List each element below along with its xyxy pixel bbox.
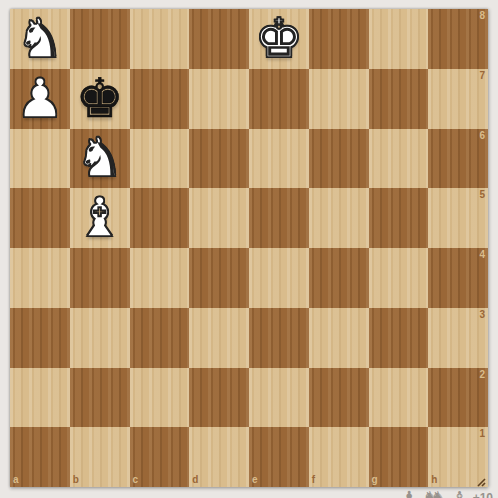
square-a7[interactable]: ♟ (10, 69, 70, 129)
rank-label-2: 2 (479, 370, 485, 380)
square-e6[interactable] (249, 129, 309, 189)
piece-white-knight[interactable]: ♞ (10, 9, 70, 69)
file-label-g: g (372, 475, 378, 485)
square-e1[interactable]: e (249, 427, 309, 487)
square-f4[interactable] (309, 248, 369, 308)
square-f1[interactable]: f (309, 427, 369, 487)
rank-label-5: 5 (479, 190, 485, 200)
square-a3[interactable] (10, 308, 70, 368)
square-g3[interactable] (369, 308, 429, 368)
square-h8[interactable]: 8 (428, 9, 488, 69)
square-g7[interactable] (369, 69, 429, 129)
square-c5[interactable] (130, 188, 190, 248)
piece-white-knight[interactable]: ♞ (70, 129, 130, 189)
square-a8[interactable]: ♞ (10, 9, 70, 69)
material-advantage-tray: ♟♞♞♝ +10 (401, 489, 493, 498)
square-b3[interactable] (70, 308, 130, 368)
square-c7[interactable] (130, 69, 190, 129)
file-label-h: h (431, 475, 437, 485)
rank-label-4: 4 (479, 250, 485, 260)
square-e4[interactable] (249, 248, 309, 308)
square-b5[interactable]: ♝ (70, 188, 130, 248)
square-a1[interactable]: a (10, 427, 70, 487)
square-b8[interactable] (70, 9, 130, 69)
square-f2[interactable] (309, 368, 369, 428)
square-b6[interactable]: ♞ (70, 129, 130, 189)
rank-label-6: 6 (479, 131, 485, 141)
square-b7[interactable]: ♚ (70, 69, 130, 129)
square-d5[interactable] (189, 188, 249, 248)
square-h2[interactable]: 2 (428, 368, 488, 428)
material-tray-pieces: ♟♞♞♝ (401, 489, 468, 498)
square-h1[interactable]: h1 (428, 427, 488, 487)
square-e3[interactable] (249, 308, 309, 368)
square-e2[interactable] (249, 368, 309, 428)
square-a6[interactable] (10, 129, 70, 189)
piece-white-king[interactable]: ♚ (249, 9, 309, 69)
tray-piece-pawn: ♟ (401, 489, 417, 498)
square-e7[interactable] (249, 69, 309, 129)
square-d2[interactable] (189, 368, 249, 428)
rank-label-8: 8 (479, 11, 485, 21)
square-c1[interactable]: c (130, 427, 190, 487)
page: ♞♚8♟♚7♞6♝5432abcdefgh1 ♟♞♞♝ +10 (0, 0, 498, 498)
square-f8[interactable] (309, 9, 369, 69)
file-label-b: b (73, 475, 79, 485)
piece-white-pawn[interactable]: ♟ (10, 69, 70, 129)
square-g5[interactable] (369, 188, 429, 248)
square-h6[interactable]: 6 (428, 129, 488, 189)
square-d1[interactable]: d (189, 427, 249, 487)
square-c8[interactable] (130, 9, 190, 69)
piece-white-bishop[interactable]: ♝ (70, 188, 130, 248)
square-g8[interactable] (369, 9, 429, 69)
tray-piece-knight: ♞ (430, 489, 446, 498)
square-f7[interactable] (309, 69, 369, 129)
square-h3[interactable]: 3 (428, 308, 488, 368)
file-label-e: e (252, 475, 258, 485)
resize-handle-icon (474, 475, 486, 487)
square-b1[interactable]: b (70, 427, 130, 487)
rank-label-3: 3 (479, 310, 485, 320)
file-label-a: a (13, 475, 19, 485)
tray-piece-bishop: ♝ (452, 489, 468, 498)
square-c2[interactable] (130, 368, 190, 428)
square-d8[interactable] (189, 9, 249, 69)
square-g2[interactable] (369, 368, 429, 428)
square-c4[interactable] (130, 248, 190, 308)
square-g6[interactable] (369, 129, 429, 189)
board-resize-handle[interactable] (474, 473, 486, 485)
square-b4[interactable] (70, 248, 130, 308)
chess-board: ♞♚8♟♚7♞6♝5432abcdefgh1 (10, 9, 488, 487)
square-d7[interactable] (189, 69, 249, 129)
square-g4[interactable] (369, 248, 429, 308)
square-f5[interactable] (309, 188, 369, 248)
square-e8[interactable]: ♚ (249, 9, 309, 69)
rank-label-1: 1 (479, 429, 485, 439)
square-g1[interactable]: g (369, 427, 429, 487)
square-d6[interactable] (189, 129, 249, 189)
square-h7[interactable]: 7 (428, 69, 488, 129)
square-a4[interactable] (10, 248, 70, 308)
square-a2[interactable] (10, 368, 70, 428)
rank-label-7: 7 (479, 71, 485, 81)
square-c3[interactable] (130, 308, 190, 368)
square-h5[interactable]: 5 (428, 188, 488, 248)
square-d4[interactable] (189, 248, 249, 308)
square-e5[interactable] (249, 188, 309, 248)
square-f6[interactable] (309, 129, 369, 189)
material-advantage-label: +10 (473, 492, 493, 498)
square-f3[interactable] (309, 308, 369, 368)
square-h4[interactable]: 4 (428, 248, 488, 308)
square-c6[interactable] (130, 129, 190, 189)
square-a5[interactable] (10, 188, 70, 248)
piece-black-king[interactable]: ♚ (70, 69, 130, 129)
square-d3[interactable] (189, 308, 249, 368)
file-label-f: f (312, 475, 315, 485)
square-b2[interactable] (70, 368, 130, 428)
file-label-c: c (133, 475, 139, 485)
file-label-d: d (192, 475, 198, 485)
